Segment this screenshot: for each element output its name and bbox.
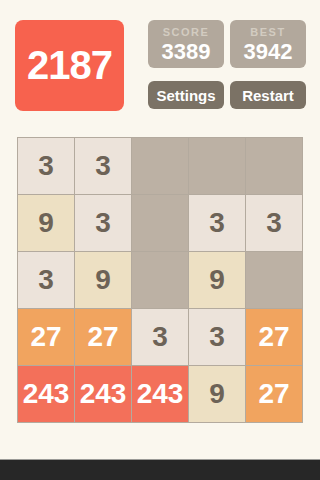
tile-27-r4c2: 27 — [75, 309, 131, 365]
best-label: BEST — [250, 26, 285, 39]
tile-27-r5c5: 27 — [246, 366, 302, 422]
empty-cell-r2c3 — [132, 195, 188, 251]
tile-243-r5c3: 243 — [132, 366, 188, 422]
tile-3-r1c2: 3 — [75, 138, 131, 194]
tile-3-r4c3: 3 — [132, 309, 188, 365]
restart-button[interactable]: Restart — [230, 81, 306, 109]
best-box: BEST 3942 — [230, 20, 306, 68]
tile-3-r4c4: 3 — [189, 309, 245, 365]
tile-9-r3c2: 9 — [75, 252, 131, 308]
tile-3-r3c1: 3 — [18, 252, 74, 308]
tile-9-r3c4: 9 — [189, 252, 245, 308]
best-value: 3942 — [244, 39, 293, 64]
tile-9-r5c4: 9 — [189, 366, 245, 422]
tile-3-r2c5: 3 — [246, 195, 302, 251]
tile-243-r5c2: 243 — [75, 366, 131, 422]
board-grid[interactable]: 33933339927273327243243243927 — [17, 137, 303, 423]
app-screen: 2187 SCORE 3389 BEST 3942 Settings Resta… — [0, 0, 320, 480]
score-value: 3389 — [162, 39, 211, 64]
tile-3-r2c2: 3 — [75, 195, 131, 251]
empty-cell-r1c5 — [246, 138, 302, 194]
empty-cell-r3c5 — [246, 252, 302, 308]
bottom-bar — [0, 459, 320, 480]
empty-cell-r1c3 — [132, 138, 188, 194]
settings-button[interactable]: Settings — [148, 81, 224, 109]
tile-3-r1c1: 3 — [18, 138, 74, 194]
empty-cell-r3c3 — [132, 252, 188, 308]
tile-3-r2c4: 3 — [189, 195, 245, 251]
score-label: SCORE — [163, 26, 210, 39]
logo-tile-2187: 2187 — [15, 20, 124, 111]
score-box: SCORE 3389 — [148, 20, 224, 68]
empty-cell-r1c4 — [189, 138, 245, 194]
tile-243-r5c1: 243 — [18, 366, 74, 422]
tile-27-r4c1: 27 — [18, 309, 74, 365]
tile-9-r2c1: 9 — [18, 195, 74, 251]
tile-27-r4c5: 27 — [246, 309, 302, 365]
